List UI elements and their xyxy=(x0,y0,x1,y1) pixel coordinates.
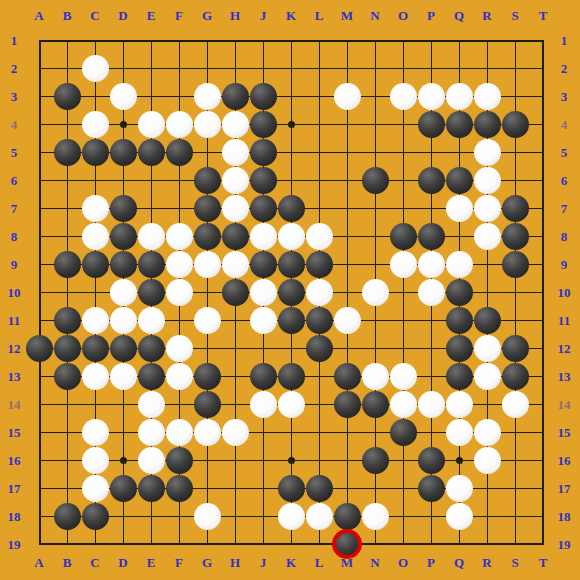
black-stone xyxy=(54,251,81,278)
black-stone xyxy=(82,139,109,166)
col-label-top: N xyxy=(370,9,379,22)
black-stone xyxy=(138,363,165,390)
col-label-top: P xyxy=(427,9,435,22)
row-label-right: 8 xyxy=(561,230,568,243)
black-stone xyxy=(446,307,473,334)
white-stone xyxy=(446,391,473,418)
black-stone xyxy=(194,167,221,194)
row-label-right: 7 xyxy=(561,202,568,215)
black-stone xyxy=(418,475,445,502)
black-stone xyxy=(446,335,473,362)
white-stone xyxy=(250,391,277,418)
white-stone xyxy=(82,55,109,82)
black-stone xyxy=(110,139,137,166)
black-stone xyxy=(334,503,361,530)
black-stone xyxy=(250,363,277,390)
row-label-left: 7 xyxy=(11,202,18,215)
black-stone xyxy=(306,475,333,502)
white-stone xyxy=(194,307,221,334)
white-stone xyxy=(474,167,501,194)
star-point xyxy=(120,457,127,464)
star-point xyxy=(288,457,295,464)
col-label-bottom: G xyxy=(202,556,212,569)
black-stone xyxy=(362,391,389,418)
white-stone xyxy=(82,447,109,474)
col-label-bottom: D xyxy=(118,556,127,569)
row-label-left: 10 xyxy=(8,286,21,299)
row-label-right: 13 xyxy=(558,370,571,383)
row-label-left: 9 xyxy=(11,258,18,271)
col-label-top: Q xyxy=(454,9,464,22)
grid-line-vertical xyxy=(542,40,544,545)
white-stone xyxy=(110,363,137,390)
black-stone xyxy=(110,195,137,222)
white-stone xyxy=(278,391,305,418)
col-label-bottom: A xyxy=(34,556,43,569)
white-stone xyxy=(446,503,473,530)
col-label-bottom: S xyxy=(511,556,518,569)
black-stone xyxy=(110,251,137,278)
black-stone xyxy=(26,335,53,362)
black-stone xyxy=(446,111,473,138)
white-stone xyxy=(306,279,333,306)
black-stone xyxy=(446,363,473,390)
last-move-marker xyxy=(332,529,362,559)
white-stone xyxy=(194,111,221,138)
col-label-top: H xyxy=(230,9,240,22)
grid-line-horizontal xyxy=(39,543,544,545)
col-label-top: K xyxy=(286,9,296,22)
white-stone xyxy=(250,279,277,306)
col-label-bottom: Q xyxy=(454,556,464,569)
col-label-top: A xyxy=(34,9,43,22)
black-stone xyxy=(222,223,249,250)
row-label-left: 17 xyxy=(8,482,21,495)
black-stone xyxy=(502,195,529,222)
col-label-top: J xyxy=(260,9,267,22)
col-label-top: O xyxy=(398,9,408,22)
go-board[interactable]: AABBCCDDEEFFGGHHJJKKLLMMNNOOPPQQRRSSTT11… xyxy=(0,0,580,580)
black-stone xyxy=(222,83,249,110)
white-stone xyxy=(334,307,361,334)
white-stone xyxy=(390,251,417,278)
row-label-left: 14 xyxy=(8,398,21,411)
black-stone xyxy=(306,335,333,362)
white-stone xyxy=(166,251,193,278)
row-label-right: 2 xyxy=(561,62,568,75)
row-label-left: 8 xyxy=(11,230,18,243)
black-stone xyxy=(110,335,137,362)
white-stone xyxy=(166,279,193,306)
white-stone xyxy=(194,83,221,110)
black-stone xyxy=(278,363,305,390)
row-label-left: 3 xyxy=(11,90,18,103)
col-label-top: R xyxy=(482,9,491,22)
white-stone xyxy=(166,363,193,390)
row-label-right: 10 xyxy=(558,286,571,299)
col-label-bottom: C xyxy=(90,556,99,569)
white-stone xyxy=(474,195,501,222)
black-stone xyxy=(418,167,445,194)
black-stone xyxy=(502,223,529,250)
white-stone xyxy=(222,139,249,166)
white-stone xyxy=(502,391,529,418)
white-stone xyxy=(222,419,249,446)
row-label-right: 4 xyxy=(561,118,568,131)
white-stone xyxy=(446,475,473,502)
col-label-bottom: J xyxy=(260,556,267,569)
white-stone xyxy=(166,223,193,250)
black-stone xyxy=(138,279,165,306)
col-label-bottom: L xyxy=(315,556,324,569)
col-label-bottom: H xyxy=(230,556,240,569)
white-stone xyxy=(166,335,193,362)
white-stone xyxy=(250,223,277,250)
black-stone xyxy=(306,251,333,278)
col-label-top: B xyxy=(63,9,72,22)
black-stone xyxy=(250,111,277,138)
white-stone xyxy=(138,447,165,474)
white-stone xyxy=(82,195,109,222)
black-stone xyxy=(138,139,165,166)
row-label-left: 12 xyxy=(8,342,21,355)
black-stone xyxy=(278,307,305,334)
col-label-top: D xyxy=(118,9,127,22)
row-label-left: 15 xyxy=(8,426,21,439)
white-stone xyxy=(446,195,473,222)
white-stone xyxy=(418,251,445,278)
row-label-right: 1 xyxy=(561,34,568,47)
black-stone xyxy=(390,223,417,250)
row-label-left: 16 xyxy=(8,454,21,467)
black-stone xyxy=(222,279,249,306)
star-point xyxy=(456,457,463,464)
row-label-right: 11 xyxy=(558,314,570,327)
white-stone xyxy=(362,363,389,390)
star-point xyxy=(288,121,295,128)
white-stone xyxy=(446,251,473,278)
white-stone xyxy=(418,391,445,418)
row-label-left: 11 xyxy=(8,314,20,327)
black-stone xyxy=(54,503,81,530)
black-stone xyxy=(250,251,277,278)
white-stone xyxy=(446,83,473,110)
black-stone xyxy=(418,447,445,474)
col-label-bottom: B xyxy=(63,556,72,569)
black-stone xyxy=(82,335,109,362)
col-label-bottom: R xyxy=(482,556,491,569)
row-label-left: 18 xyxy=(8,510,21,523)
black-stone xyxy=(54,139,81,166)
black-stone xyxy=(82,251,109,278)
white-stone xyxy=(446,419,473,446)
black-stone xyxy=(362,447,389,474)
row-label-left: 19 xyxy=(8,538,21,551)
black-stone xyxy=(474,307,501,334)
black-stone xyxy=(54,363,81,390)
black-stone xyxy=(362,167,389,194)
row-label-right: 5 xyxy=(561,146,568,159)
white-stone xyxy=(110,279,137,306)
white-stone xyxy=(138,307,165,334)
black-stone xyxy=(82,503,109,530)
row-label-left: 1 xyxy=(11,34,18,47)
col-label-bottom: N xyxy=(370,556,379,569)
black-stone xyxy=(54,307,81,334)
black-stone xyxy=(502,363,529,390)
white-stone xyxy=(474,83,501,110)
white-stone xyxy=(390,83,417,110)
white-stone xyxy=(110,83,137,110)
black-stone xyxy=(502,335,529,362)
black-stone xyxy=(278,195,305,222)
row-label-right: 19 xyxy=(558,538,571,551)
row-label-right: 15 xyxy=(558,426,571,439)
white-stone xyxy=(306,223,333,250)
white-stone xyxy=(82,111,109,138)
black-stone xyxy=(110,475,137,502)
row-label-left: 13 xyxy=(8,370,21,383)
col-label-top: M xyxy=(341,9,353,22)
white-stone xyxy=(418,83,445,110)
col-label-bottom: T xyxy=(539,556,548,569)
black-stone xyxy=(334,363,361,390)
black-stone xyxy=(474,111,501,138)
row-label-left: 6 xyxy=(11,174,18,187)
black-stone xyxy=(278,279,305,306)
grid-line-vertical xyxy=(403,40,404,545)
white-stone xyxy=(362,279,389,306)
black-stone xyxy=(306,307,333,334)
row-label-left: 5 xyxy=(11,146,18,159)
black-stone xyxy=(250,167,277,194)
white-stone xyxy=(82,307,109,334)
white-stone xyxy=(474,139,501,166)
black-stone xyxy=(446,167,473,194)
black-stone xyxy=(194,363,221,390)
black-stone xyxy=(390,419,417,446)
black-stone xyxy=(138,335,165,362)
col-label-top: C xyxy=(90,9,99,22)
black-stone xyxy=(138,251,165,278)
white-stone xyxy=(194,503,221,530)
white-stone xyxy=(138,111,165,138)
black-stone xyxy=(110,223,137,250)
black-stone xyxy=(334,391,361,418)
col-label-top: S xyxy=(511,9,518,22)
white-stone xyxy=(194,251,221,278)
col-label-top: E xyxy=(147,9,156,22)
row-label-right: 14 xyxy=(558,398,571,411)
black-stone xyxy=(250,139,277,166)
white-stone xyxy=(138,419,165,446)
white-stone xyxy=(222,111,249,138)
white-stone xyxy=(474,335,501,362)
black-stone xyxy=(194,223,221,250)
white-stone xyxy=(166,111,193,138)
white-stone xyxy=(166,419,193,446)
white-stone xyxy=(334,83,361,110)
white-stone xyxy=(278,223,305,250)
white-stone xyxy=(418,279,445,306)
col-label-bottom: K xyxy=(286,556,296,569)
white-stone xyxy=(110,307,137,334)
black-stone xyxy=(54,83,81,110)
white-stone xyxy=(474,223,501,250)
row-label-right: 16 xyxy=(558,454,571,467)
white-stone xyxy=(82,363,109,390)
col-label-bottom: P xyxy=(427,556,435,569)
row-label-right: 9 xyxy=(561,258,568,271)
col-label-bottom: E xyxy=(147,556,156,569)
white-stone xyxy=(390,391,417,418)
row-label-right: 6 xyxy=(561,174,568,187)
row-label-left: 2 xyxy=(11,62,18,75)
black-stone xyxy=(418,111,445,138)
white-stone xyxy=(362,503,389,530)
white-stone xyxy=(82,475,109,502)
row-label-left: 4 xyxy=(11,118,18,131)
white-stone xyxy=(138,223,165,250)
black-stone xyxy=(54,335,81,362)
row-label-right: 17 xyxy=(558,482,571,495)
white-stone xyxy=(82,419,109,446)
black-stone xyxy=(166,447,193,474)
white-stone xyxy=(194,419,221,446)
black-stone xyxy=(446,279,473,306)
black-stone xyxy=(138,475,165,502)
col-label-bottom: F xyxy=(175,556,183,569)
white-stone xyxy=(222,167,249,194)
col-label-top: G xyxy=(202,9,212,22)
black-stone xyxy=(194,195,221,222)
col-label-top: T xyxy=(539,9,548,22)
white-stone xyxy=(474,419,501,446)
black-stone xyxy=(502,251,529,278)
row-label-right: 12 xyxy=(558,342,571,355)
white-stone xyxy=(390,363,417,390)
black-stone xyxy=(250,195,277,222)
grid-line-vertical xyxy=(347,40,348,545)
white-stone xyxy=(222,195,249,222)
black-stone xyxy=(278,475,305,502)
black-stone xyxy=(250,83,277,110)
white-stone xyxy=(278,503,305,530)
black-stone xyxy=(166,475,193,502)
black-stone xyxy=(418,223,445,250)
row-label-right: 18 xyxy=(558,510,571,523)
black-stone xyxy=(166,139,193,166)
black-stone xyxy=(194,391,221,418)
black-stone xyxy=(278,251,305,278)
white-stone xyxy=(82,223,109,250)
white-stone xyxy=(250,307,277,334)
col-label-top: L xyxy=(315,9,324,22)
white-stone xyxy=(474,363,501,390)
col-label-top: F xyxy=(175,9,183,22)
col-label-bottom: O xyxy=(398,556,408,569)
white-stone xyxy=(474,447,501,474)
white-stone xyxy=(222,251,249,278)
star-point xyxy=(120,121,127,128)
black-stone xyxy=(502,111,529,138)
white-stone xyxy=(306,503,333,530)
row-label-right: 3 xyxy=(561,90,568,103)
white-stone xyxy=(138,391,165,418)
